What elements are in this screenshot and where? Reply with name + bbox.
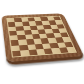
square-h1[interactable] [66,47,76,53]
board-playing-field [6,16,77,58]
chess-board [1,13,84,62]
product-photo-scene [0,0,84,84]
board-grid [7,16,75,56]
